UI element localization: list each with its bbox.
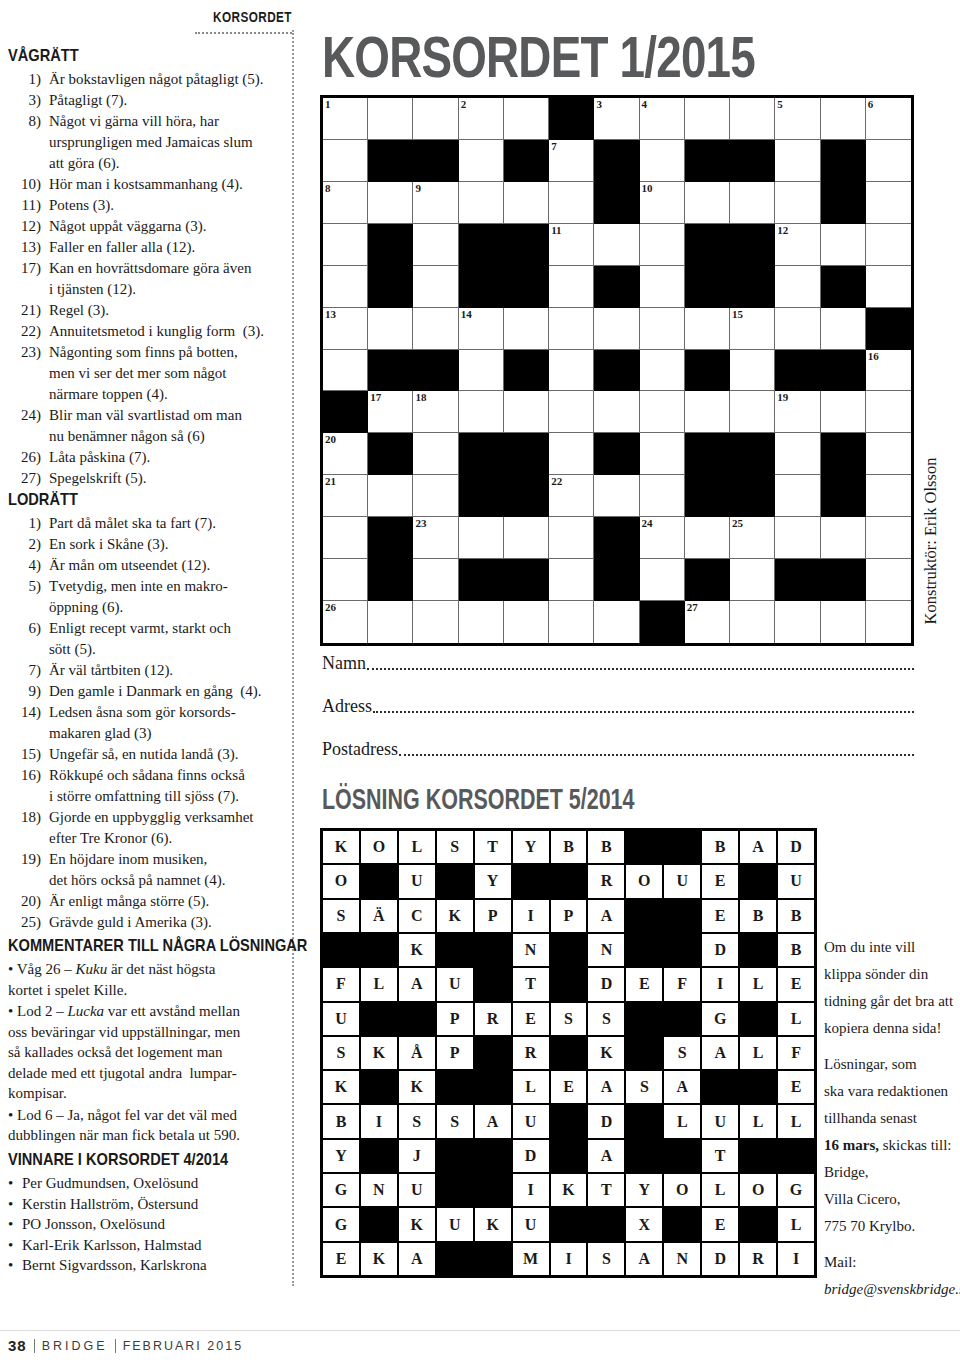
winner-item: •Kerstin Hallström, Östersund: [8, 1194, 292, 1215]
black-cell-r12c2: [361, 1208, 397, 1240]
letter-cell-r8c1: K: [323, 1071, 359, 1103]
black-cell-r8c11: [702, 1071, 738, 1103]
white-cell-r6c12: [821, 308, 866, 350]
winner-item: •Per Gudmundsen, Oxelösund: [8, 1173, 292, 1194]
white-cell-r3c4: [459, 182, 504, 224]
white-cell-r2c11: [775, 140, 820, 182]
clue-number: 10): [8, 174, 49, 195]
black-cell-r13c5: [475, 1243, 511, 1275]
clue-number: 5): [8, 576, 49, 618]
clue-text: Faller en faller alla (12).: [49, 237, 292, 258]
copy-note: Om du inte villklippa sönder dintidning …: [824, 934, 960, 1042]
black-cell-r10c5: [504, 475, 549, 517]
crossword-grid-empty: 1234567891011121314151617181920212223242…: [320, 95, 914, 646]
clue-text: Den gamle i Danmark en gång (4).: [49, 681, 292, 702]
white-cell-r7c10: [730, 350, 775, 392]
across-clue: 13)Faller en faller alla (12).: [8, 237, 292, 258]
letter-cell-r4c6: N: [513, 934, 549, 966]
info-line: Villa Cicero,: [824, 1186, 960, 1213]
clue-number: 20): [8, 891, 49, 912]
text-segment: Mail:: [824, 1254, 857, 1270]
black-cell-r4c4: [459, 224, 504, 266]
black-cell-r2c9: [685, 140, 730, 182]
black-cell-r12c7: [594, 559, 639, 601]
letter-cell-r5c10: F: [664, 968, 700, 1000]
black-cell-r11c2: [368, 517, 413, 559]
letter-cell-r1c3: L: [399, 831, 435, 863]
clue-number: 21): [8, 300, 49, 321]
letter-cell-r7c10: S: [664, 1037, 700, 1069]
white-cell-r13c5: [504, 601, 549, 643]
letter-cell-r8c6: L: [513, 1071, 549, 1103]
black-cell-r8c5: [475, 1071, 511, 1103]
black-cell-r8c12: [740, 1071, 776, 1103]
letter-cell-r1c1: K: [323, 831, 359, 863]
comment-item: • Lod 6 – Ja, något fel var det väl med …: [8, 1105, 292, 1146]
clue-number: 13): [8, 237, 49, 258]
white-cell-r13c9: 27: [685, 601, 730, 643]
down-clue: 4)Är mån om utseendet (12).: [8, 555, 292, 576]
across-clue: 23)Någonting som finns på botten, men vi…: [8, 342, 292, 405]
black-cell-r4c10: [664, 934, 700, 966]
white-cell-r6c5: [504, 308, 549, 350]
letter-cell-r10c1: Y: [323, 1140, 359, 1172]
section-winners: VINNARE I KORSORDET 4/2014 •Per Gudmunds…: [8, 1150, 292, 1276]
white-cell-r13c4: [459, 601, 504, 643]
text-segment: skickas till:: [879, 1137, 952, 1153]
comments-body: • Våg 26 – Kuku är det näst högsta korte…: [8, 959, 292, 1146]
letter-cell-r1c12: A: [740, 831, 776, 863]
black-cell-r6c12: [740, 1003, 776, 1035]
white-cell-r6c9: [685, 308, 730, 350]
white-cell-r8c11: 19: [775, 391, 820, 433]
letter-cell-r9c12: L: [740, 1105, 776, 1137]
white-cell-r1c8: 4: [640, 98, 685, 140]
letter-cell-r6c6: E: [513, 1003, 549, 1035]
clue-number-in-cell: 25: [732, 517, 743, 529]
dotted-leader: [373, 711, 914, 713]
black-cell-r7c9: [685, 350, 730, 392]
black-cell-r7c7: [594, 350, 639, 392]
letter-cell-r12c1: G: [323, 1208, 359, 1240]
clue-number: 14): [8, 702, 49, 744]
clue-number: 12): [8, 216, 49, 237]
black-cell-r2c12: [821, 140, 866, 182]
column-divider-dotted: [292, 30, 294, 1286]
info-line: tillhanda senast: [824, 1105, 960, 1132]
white-cell-r11c3: 23: [413, 517, 458, 559]
white-cell-r10c3: [413, 475, 458, 517]
down-clue: 2)En sork i Skåne (3).: [8, 534, 292, 555]
letter-cell-r6c11: G: [702, 1003, 738, 1035]
clue-number: 7): [8, 660, 49, 681]
black-cell-r12c9: [685, 559, 730, 601]
white-cell-r9c8: [640, 433, 685, 475]
clue-text: Hör man i kostsammanhang (4).: [49, 174, 292, 195]
clue-text: Någonting som finns på botten, men vi se…: [49, 342, 292, 405]
white-cell-r13c10: [730, 601, 775, 643]
letter-cell-r5c13: E: [778, 968, 814, 1000]
clue-number-in-cell: 22: [551, 475, 562, 487]
winners-list: •Per Gudmundsen, Oxelösund•Kerstin Halls…: [8, 1173, 292, 1276]
black-cell-r9c4: [459, 433, 504, 475]
white-cell-r8c5: [504, 391, 549, 433]
black-cell-r12c8: [588, 1208, 624, 1240]
clue-number: 26): [8, 447, 49, 468]
across-clue: 22)Annuitetsmetod i kunglig form (3).: [8, 321, 292, 342]
clue-number-in-cell: 15: [732, 308, 743, 320]
white-cell-r10c1: 21: [323, 475, 368, 517]
down-clue: 7)Är väl tårtbiten (12).: [8, 660, 292, 681]
clue-text: Annuitetsmetod i kunglig form (3).: [49, 321, 292, 342]
clue-number-in-cell: 26: [325, 601, 336, 613]
white-cell-r3c8: 10: [640, 182, 685, 224]
letter-cell-r1c4: S: [437, 831, 473, 863]
clue-text: Blir man väl svartlistad om man nu benäm…: [49, 405, 292, 447]
white-cell-r9c1: 20: [323, 433, 368, 475]
form-label: Postadress: [322, 738, 398, 760]
letter-cell-r8c9: S: [626, 1071, 662, 1103]
across-clue: 21)Regel (3).: [8, 300, 292, 321]
black-cell-r12c10: [664, 1208, 700, 1240]
letter-cell-r2c5: Y: [475, 865, 511, 897]
letter-cell-r7c13: F: [778, 1037, 814, 1069]
clue-number-in-cell: 4: [642, 98, 648, 110]
white-cell-r2c13: [866, 140, 911, 182]
clue-text: Ungefär så, en nutida landå (3).: [49, 744, 292, 765]
clue-number-in-cell: 21: [325, 475, 336, 487]
text-segment: Kuku: [75, 961, 107, 977]
black-cell-r12c12: [740, 1208, 776, 1240]
across-clue: 12)Något uppåt väggarna (3).: [8, 216, 292, 237]
white-cell-r10c6: 22: [549, 475, 594, 517]
bullet-icon: •: [8, 1255, 22, 1276]
section-across-clues: VÅGRÄTT 1)Är bokstavligen något påtaglig…: [8, 46, 292, 489]
letter-cell-r7c12: L: [740, 1037, 776, 1069]
letter-cell-r5c11: I: [702, 968, 738, 1000]
magazine-name: BRIDGE: [42, 1339, 108, 1353]
clue-number-in-cell: 23: [415, 517, 426, 529]
clue-number: 23): [8, 342, 49, 405]
clue-number-in-cell: 19: [777, 391, 788, 403]
text-segment: kopiera denna sida!: [824, 1020, 941, 1036]
letter-cell-r7c3: Å: [399, 1037, 435, 1069]
black-cell-r1c6: [549, 98, 594, 140]
across-clue: 26)Låta påskina (7).: [8, 447, 292, 468]
letter-cell-r3c4: K: [437, 900, 473, 932]
white-cell-r7c13: 16: [866, 350, 911, 392]
clue-number: 11): [8, 195, 49, 216]
winners-heading: VINNARE I KORSORDET 4/2014: [8, 1150, 228, 1170]
clue-text: Rökkupé och sådana finns också i större …: [49, 765, 292, 807]
clue-text: Kan en hovrättsdomare göra även i tjänst…: [49, 258, 292, 300]
white-cell-r13c6: [549, 601, 594, 643]
black-cell-r9c10: [730, 433, 775, 475]
white-cell-r1c3: [413, 98, 458, 140]
letter-cell-r13c8: S: [588, 1243, 624, 1275]
letter-cell-r3c3: C: [399, 900, 435, 932]
white-cell-r11c1: [323, 517, 368, 559]
white-cell-r13c2: [368, 601, 413, 643]
white-cell-r5c6: [549, 266, 594, 308]
white-cell-r3c3: 9: [413, 182, 458, 224]
clue-number-in-cell: 2: [461, 98, 467, 110]
white-cell-r3c11: [775, 182, 820, 224]
white-cell-r12c3: [413, 559, 458, 601]
text-segment: Lösningar, som: [824, 1056, 917, 1072]
black-cell-r3c10: [664, 900, 700, 932]
clue-number-in-cell: 13: [325, 308, 336, 320]
letter-cell-r6c8: S: [588, 1003, 624, 1035]
white-cell-r8c4: [459, 391, 504, 433]
white-cell-r7c6: [549, 350, 594, 392]
info-line: Lösningar, som: [824, 1051, 960, 1078]
letter-cell-r1c13: D: [778, 831, 814, 863]
letter-cell-r2c1: O: [323, 865, 359, 897]
text-segment: Om du inte vill: [824, 939, 915, 955]
down-clue: 25)Grävde guld i Amerika (3).: [8, 912, 292, 933]
letter-cell-r11c8: T: [588, 1174, 624, 1206]
white-cell-r5c3: [413, 266, 458, 308]
white-cell-r8c6: [549, 391, 594, 433]
black-cell-r2c2: [368, 140, 413, 182]
clue-text: Tvetydig, men inte en makro- öppning (6)…: [49, 576, 292, 618]
white-cell-r1c11: 5: [775, 98, 820, 140]
white-cell-r1c4: 2: [459, 98, 504, 140]
section-comments: KOMMENTARER TILL NÅGRA LÖSNINGAR • Våg 2…: [8, 936, 292, 1147]
white-cell-r3c9: [685, 182, 730, 224]
letter-cell-r5c9: E: [626, 968, 662, 1000]
info-line: klippa sönder din: [824, 961, 960, 988]
winner-name: Kerstin Hallström, Östersund: [22, 1194, 198, 1215]
footer-rule: [0, 1330, 960, 1331]
letter-cell-r4c8: N: [588, 934, 624, 966]
down-clue: 15)Ungefär så, en nutida landå (3).: [8, 744, 292, 765]
letter-cell-r9c5: A: [475, 1105, 511, 1137]
black-cell-r6c13: [866, 308, 911, 350]
kicker-label: KORSORDET: [213, 9, 292, 25]
clue-text: Är enligt många större (5).: [49, 891, 292, 912]
white-cell-r13c1: 26: [323, 601, 368, 643]
text-segment: 16 mars,: [824, 1137, 879, 1153]
bullet-icon: •: [8, 1235, 22, 1256]
down-clue: 6)Enligt recept varmt, starkt och sött (…: [8, 618, 292, 660]
clue-number-in-cell: 7: [551, 140, 557, 152]
black-cell-r7c3: [413, 350, 458, 392]
letter-cell-r9c1: B: [323, 1105, 359, 1137]
white-cell-r13c11: [775, 601, 820, 643]
white-cell-r13c13: [866, 601, 911, 643]
section-down-clues: LODRÄTT 1)Part då målet ska ta fart (7).…: [8, 490, 292, 933]
white-cell-r12c13: [866, 559, 911, 601]
black-cell-r8c2: [361, 1071, 397, 1103]
down-clue-list: 1)Part då målet ska ta fart (7).2)En sor…: [8, 513, 292, 933]
text-segment: Lucka: [67, 1003, 104, 1019]
black-cell-r10c13: [778, 1140, 814, 1172]
white-cell-r3c2: [368, 182, 413, 224]
white-cell-r8c12: [821, 391, 866, 433]
white-cell-r9c6: [549, 433, 594, 475]
letter-cell-r6c7: S: [551, 1003, 587, 1035]
letter-cell-r2c10: U: [664, 865, 700, 897]
clue-number: 18): [8, 807, 49, 849]
black-cell-r3c12: [821, 182, 866, 224]
text-segment: bridge@svenskbridge.se: [824, 1281, 960, 1297]
form-label: Namn: [322, 652, 366, 674]
white-cell-r8c3: 18: [413, 391, 458, 433]
info-line: Mail:: [824, 1249, 960, 1276]
black-cell-r6c3: [399, 1003, 435, 1035]
black-cell-r13c8: [640, 601, 685, 643]
black-cell-r7c5: [504, 350, 549, 392]
clue-text: Är bokstavligen något påtagligt (5).: [49, 69, 292, 90]
info-line: Om du inte vill: [824, 934, 960, 961]
black-cell-r10c10: [730, 475, 775, 517]
letter-cell-r8c13: E: [778, 1071, 814, 1103]
letter-cell-r11c10: O: [664, 1174, 700, 1206]
letter-cell-r13c13: I: [778, 1243, 814, 1275]
letter-cell-r5c2: L: [361, 968, 397, 1000]
clue-number-in-cell: 6: [868, 98, 874, 110]
letter-cell-r9c3: S: [399, 1105, 435, 1137]
white-cell-r8c9: [685, 391, 730, 433]
letter-cell-r8c7: E: [551, 1071, 587, 1103]
black-cell-r10c7: [551, 1140, 587, 1172]
winner-item: •PO Jonsson, Oxelösund: [8, 1214, 292, 1235]
comments-heading: KOMMENTARER TILL NÅGRA LÖSNINGAR: [8, 936, 307, 956]
black-cell-r7c5: [475, 1037, 511, 1069]
letter-cell-r12c11: E: [702, 1208, 738, 1240]
letter-cell-r11c2: N: [361, 1174, 397, 1206]
white-cell-r2c1: [323, 140, 368, 182]
solution-title: LÖSNING KORSORDET 5/2014: [322, 784, 634, 814]
black-cell-r10c2: [361, 1140, 397, 1172]
text-segment: Villa Cicero,: [824, 1191, 901, 1207]
letter-cell-r12c13: L: [778, 1208, 814, 1240]
clue-text: Spegelskrift (5).: [49, 468, 292, 489]
info-line: 16 mars, skickas till:: [824, 1132, 960, 1159]
letter-cell-r7c6: R: [513, 1037, 549, 1069]
info-line: 775 70 Krylbo.: [824, 1213, 960, 1240]
white-cell-r6c4: 14: [459, 308, 504, 350]
white-cell-r11c10: 25: [730, 517, 775, 559]
white-cell-r4c6: 11: [549, 224, 594, 266]
white-cell-r6c10: 15: [730, 308, 775, 350]
clue-number-in-cell: 18: [415, 391, 426, 403]
white-cell-r11c6: [549, 517, 594, 559]
letter-cell-r3c13: B: [778, 900, 814, 932]
white-cell-r4c11: 12: [775, 224, 820, 266]
text-segment: tillhanda senast: [824, 1110, 917, 1126]
black-cell-r2c7: [551, 865, 587, 897]
letter-cell-r9c10: L: [664, 1105, 700, 1137]
letter-cell-r7c4: P: [437, 1037, 473, 1069]
form-line-namn: Namn: [322, 652, 914, 674]
white-cell-r6c7: [594, 308, 639, 350]
text-segment: ska vara redaktionen: [824, 1083, 948, 1099]
white-cell-r6c8: [640, 308, 685, 350]
white-cell-r8c10: [730, 391, 775, 433]
clue-text: Ledsen åsna som gör korsords- makaren gl…: [49, 702, 292, 744]
black-cell-r5c10: [730, 266, 775, 308]
clue-number: 4): [8, 555, 49, 576]
white-cell-r8c8: [640, 391, 685, 433]
mail-info: Mail:bridge@svenskbridge.se: [824, 1249, 960, 1303]
letter-cell-r13c12: R: [740, 1243, 776, 1275]
white-cell-r8c2: 17: [368, 391, 413, 433]
winner-item: •Karl-Erik Karlsson, Halmstad: [8, 1235, 292, 1256]
letter-cell-r1c6: Y: [513, 831, 549, 863]
black-cell-r4c7: [551, 934, 587, 966]
letter-cell-r2c3: U: [399, 865, 435, 897]
page-number: 38: [8, 1337, 27, 1354]
black-cell-r2c10: [730, 140, 775, 182]
puzzle-title: KORSORDET 1/2015: [322, 28, 755, 86]
black-cell-r9c2: [368, 433, 413, 475]
black-cell-r11c4: [437, 1174, 473, 1206]
white-cell-r12c8: [640, 559, 685, 601]
black-cell-r3c7: [594, 182, 639, 224]
letter-cell-r1c2: O: [361, 831, 397, 863]
black-cell-r2c7: [594, 140, 639, 182]
letter-cell-r1c7: B: [551, 831, 587, 863]
bullet-icon: •: [8, 1214, 22, 1235]
black-cell-r2c5: [504, 140, 549, 182]
across-clue: 11)Potens (3).: [8, 195, 292, 216]
white-cell-r11c5: [504, 517, 549, 559]
black-cell-r10c12: [740, 1140, 776, 1172]
letter-cell-r1c8: B: [588, 831, 624, 863]
black-cell-r4c12: [740, 934, 776, 966]
clue-number: 15): [8, 744, 49, 765]
black-cell-r7c7: [551, 1037, 587, 1069]
black-cell-r9c5: [504, 433, 549, 475]
black-cell-r4c10: [730, 224, 775, 266]
clue-number: 9): [8, 681, 49, 702]
footer-divider: [34, 1339, 35, 1353]
info-line: ska vara redaktionen: [824, 1078, 960, 1105]
letter-cell-r3c8: A: [588, 900, 624, 932]
letter-cell-r9c2: I: [361, 1105, 397, 1137]
black-cell-r1c10: [664, 831, 700, 863]
text-segment: tidning går det bra att: [824, 993, 953, 1009]
black-cell-r12c7: [551, 1208, 587, 1240]
section-submission-info: Om du inte villklippa sönder dintidning …: [824, 934, 960, 1303]
white-cell-r1c5: [504, 98, 549, 140]
white-cell-r3c1: 8: [323, 182, 368, 224]
across-heading: VÅGRÄTT: [8, 46, 79, 66]
black-cell-r10c9: [685, 475, 730, 517]
dotted-leader: [399, 754, 914, 756]
across-clue: 27)Spegelskrift (5).: [8, 468, 292, 489]
clue-text: Låta påskina (7).: [49, 447, 292, 468]
letter-cell-r12c5: K: [475, 1208, 511, 1240]
letter-cell-r1c5: T: [475, 831, 511, 863]
black-cell-r8c4: [437, 1071, 473, 1103]
letter-cell-r3c6: I: [513, 900, 549, 932]
letter-cell-r11c3: U: [399, 1174, 435, 1206]
white-cell-r1c13: 6: [866, 98, 911, 140]
clue-number-in-cell: 1: [325, 98, 331, 110]
letter-cell-r8c10: A: [664, 1071, 700, 1103]
winner-name: Bernt Sigvardsson, Karlskrona: [22, 1255, 207, 1276]
black-cell-r6c10: [664, 1003, 700, 1035]
black-cell-r5c4: [459, 266, 504, 308]
across-clue: 3)Påtagligt (7).: [8, 90, 292, 111]
black-cell-r1c9: [626, 831, 662, 863]
white-cell-r10c8: [640, 475, 685, 517]
white-cell-r7c1: [323, 350, 368, 392]
